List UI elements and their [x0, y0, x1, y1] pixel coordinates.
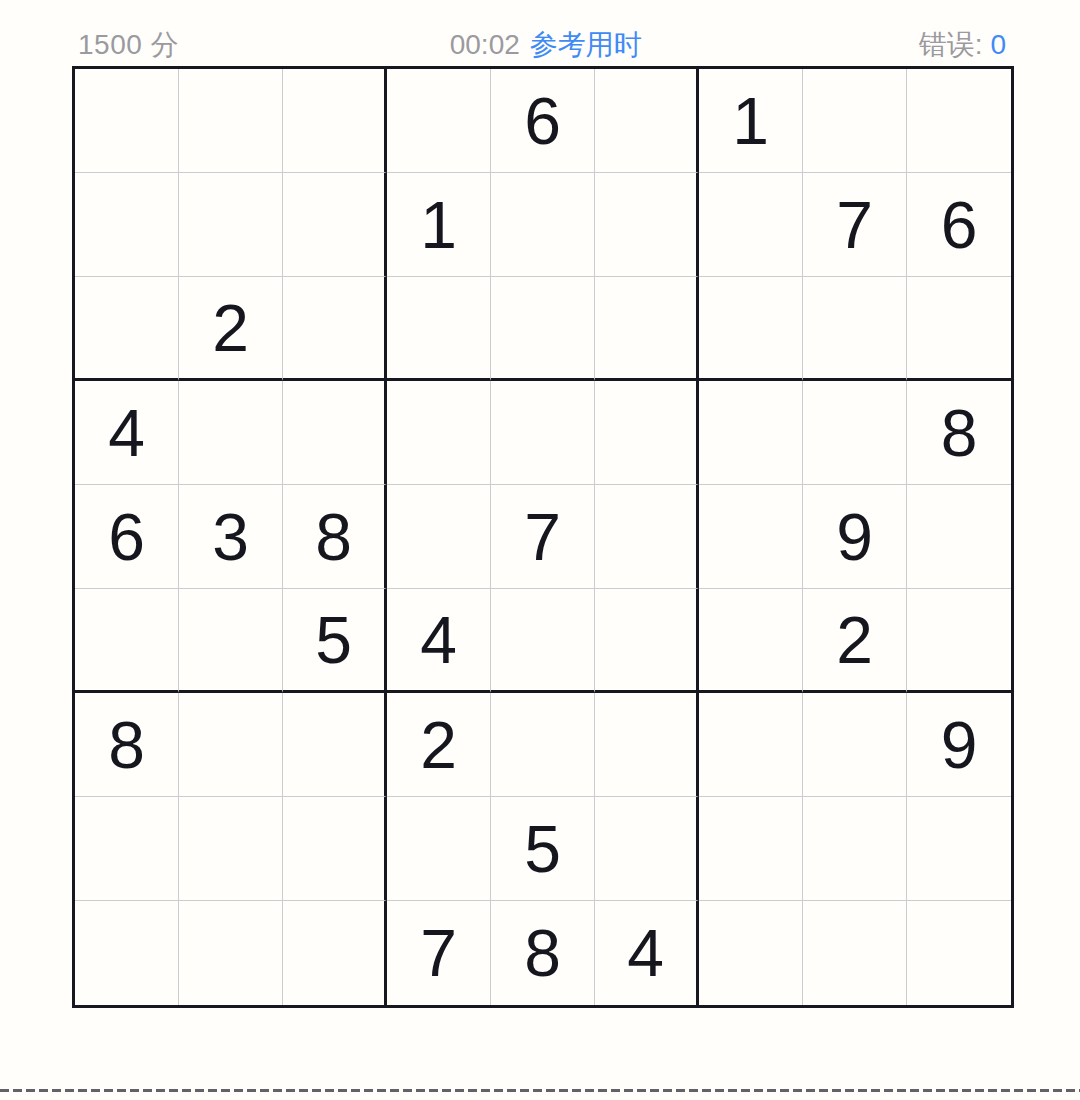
grid-cell-r3c5[interactable]	[491, 277, 595, 381]
grid-cell-r9c7[interactable]	[699, 901, 803, 1005]
grid-cell-r9c9[interactable]	[907, 901, 1011, 1005]
grid-cell-r5c5[interactable]: 7	[491, 485, 595, 589]
grid-cell-r4c6[interactable]	[595, 381, 699, 485]
grid-cell-r6c8[interactable]: 2	[803, 589, 907, 693]
grid-cell-r7c7[interactable]	[699, 693, 803, 797]
grid-cell-r9c6[interactable]: 4	[595, 901, 699, 1005]
grid-cell-r9c2[interactable]	[179, 901, 283, 1005]
grid-cell-r6c4[interactable]: 4	[387, 589, 491, 693]
grid-cell-r9c3[interactable]	[283, 901, 387, 1005]
grid-cell-r2c3[interactable]	[283, 173, 387, 277]
grid-cell-r6c5[interactable]	[491, 589, 595, 693]
grid-cell-r7c9[interactable]: 9	[907, 693, 1011, 797]
grid-cell-r7c6[interactable]	[595, 693, 699, 797]
grid-cell-r2c9[interactable]: 6	[907, 173, 1011, 277]
grid-cell-r5c4[interactable]	[387, 485, 491, 589]
errors-count: 0	[990, 29, 1006, 60]
grid-cell-r4c2[interactable]	[179, 381, 283, 485]
grid-cell-r5c3[interactable]: 8	[283, 485, 387, 589]
grid-cell-r3c9[interactable]	[907, 277, 1011, 381]
grid-cell-r5c1[interactable]: 6	[75, 485, 179, 589]
grid-cell-r5c9[interactable]	[907, 485, 1011, 589]
grid-cell-r9c4[interactable]: 7	[387, 901, 491, 1005]
grid-cell-r7c1[interactable]: 8	[75, 693, 179, 797]
grid-cell-r1c4[interactable]	[387, 69, 491, 173]
grid-cell-r1c6[interactable]	[595, 69, 699, 173]
grid-cell-r1c3[interactable]	[283, 69, 387, 173]
grid-cell-r3c8[interactable]	[803, 277, 907, 381]
grid-cell-r3c2[interactable]: 2	[179, 277, 283, 381]
grid-cell-r1c5[interactable]: 6	[491, 69, 595, 173]
grid-cell-r7c3[interactable]	[283, 693, 387, 797]
cutoff-bottom-edge	[0, 1089, 1080, 1092]
grid-cell-r7c5[interactable]	[491, 693, 595, 797]
score-label: 1500 分	[78, 30, 179, 60]
grid-cell-r8c1[interactable]	[75, 797, 179, 901]
grid-cell-r6c9[interactable]	[907, 589, 1011, 693]
grid-cell-r3c3[interactable]	[283, 277, 387, 381]
grid-cell-r1c2[interactable]	[179, 69, 283, 173]
grid-cell-r2c5[interactable]	[491, 173, 595, 277]
grid-cell-r1c9[interactable]	[907, 69, 1011, 173]
grid-cell-r8c9[interactable]	[907, 797, 1011, 901]
timer-group: 00:02参考用时	[450, 30, 642, 60]
grid-cell-r4c4[interactable]	[387, 381, 491, 485]
grid-cell-r8c3[interactable]	[283, 797, 387, 901]
grid-cell-r5c6[interactable]	[595, 485, 699, 589]
grid-cell-r2c4[interactable]: 1	[387, 173, 491, 277]
status-bar: 1500 分 00:02参考用时 错误:0	[0, 0, 1080, 66]
grid-cell-r2c2[interactable]	[179, 173, 283, 277]
timer-reference-label: 参考用时	[530, 29, 642, 60]
grid-cell-r9c5[interactable]: 8	[491, 901, 595, 1005]
grid-cell-r6c2[interactable]	[179, 589, 283, 693]
sudoku-board: 61176248638795428295784	[72, 66, 1014, 1008]
grid-cell-r8c8[interactable]	[803, 797, 907, 901]
grid-cell-r5c7[interactable]	[699, 485, 803, 589]
grid-cell-r1c1[interactable]	[75, 69, 179, 173]
grid-cell-r2c6[interactable]	[595, 173, 699, 277]
grid-cell-r5c8[interactable]: 9	[803, 485, 907, 589]
errors-group: 错误:0	[919, 30, 1006, 60]
grid-cell-r6c3[interactable]: 5	[283, 589, 387, 693]
grid-cell-r4c5[interactable]	[491, 381, 595, 485]
grid-cell-r3c7[interactable]	[699, 277, 803, 381]
grid-cell-r9c8[interactable]	[803, 901, 907, 1005]
grid-cell-r4c8[interactable]	[803, 381, 907, 485]
grid-cell-r1c7[interactable]: 1	[699, 69, 803, 173]
grid-cell-r3c1[interactable]	[75, 277, 179, 381]
grid-cell-r7c4[interactable]: 2	[387, 693, 491, 797]
grid-cell-r8c4[interactable]	[387, 797, 491, 901]
grid-cell-r9c1[interactable]	[75, 901, 179, 1005]
grid-cell-r4c7[interactable]	[699, 381, 803, 485]
grid-cell-r8c5[interactable]: 5	[491, 797, 595, 901]
grid-cell-r7c8[interactable]	[803, 693, 907, 797]
grid-cell-r7c2[interactable]	[179, 693, 283, 797]
grid-cell-r8c6[interactable]	[595, 797, 699, 901]
timer-value: 00:02	[450, 29, 520, 60]
grid-cell-r4c3[interactable]	[283, 381, 387, 485]
grid-cell-r2c7[interactable]	[699, 173, 803, 277]
grid-cell-r1c8[interactable]	[803, 69, 907, 173]
grid-cell-r2c1[interactable]	[75, 173, 179, 277]
grid-cell-r3c6[interactable]	[595, 277, 699, 381]
grid-cell-r6c6[interactable]	[595, 589, 699, 693]
errors-label: 错误:	[919, 29, 983, 60]
grid-cell-r8c2[interactable]	[179, 797, 283, 901]
grid-cell-r5c2[interactable]: 3	[179, 485, 283, 589]
grid-cell-r4c9[interactable]: 8	[907, 381, 1011, 485]
grid-cell-r3c4[interactable]	[387, 277, 491, 381]
grid-cell-r4c1[interactable]: 4	[75, 381, 179, 485]
grid-cell-r8c7[interactable]	[699, 797, 803, 901]
grid-cell-r2c8[interactable]: 7	[803, 173, 907, 277]
grid-cell-r6c7[interactable]	[699, 589, 803, 693]
grid-cell-r6c1[interactable]	[75, 589, 179, 693]
